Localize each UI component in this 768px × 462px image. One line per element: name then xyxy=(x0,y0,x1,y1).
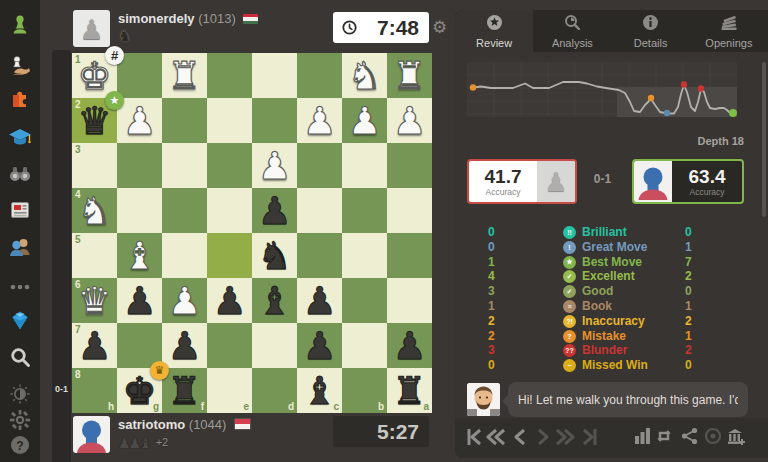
square-g4[interactable] xyxy=(117,188,162,233)
coach-message-text: Hi! Let me walk you through this game. I… xyxy=(518,393,738,407)
classification-row-missed-win: 0−Missed Win0 xyxy=(455,358,768,373)
bottom-player-avatar[interactable] xyxy=(73,416,110,453)
square-b5[interactable] xyxy=(342,233,387,278)
tab-label: Analysis xyxy=(552,37,593,49)
brilliant-icon: !! xyxy=(563,226,576,239)
piece-black-pawn[interactable]: ♟ xyxy=(162,323,207,368)
piece-white-bishop[interactable]: ♝ xyxy=(117,233,162,278)
square-c2[interactable]: ♟ xyxy=(297,98,342,143)
file-label-f: f xyxy=(201,401,204,412)
top-player-name-line[interactable]: simonerdely (1013) xyxy=(118,11,258,26)
top-player-bar: ♟ simonerdely (1013) ♞ 7:48 xyxy=(72,10,432,50)
bottom-player-clock: 5:27 xyxy=(333,416,429,447)
sidebar-puzzles-icon[interactable] xyxy=(7,85,33,111)
square-g5[interactable]: ♝ xyxy=(117,233,162,278)
square-c5[interactable] xyxy=(297,233,342,278)
sidebar-settings-icon[interactable] xyxy=(7,407,33,433)
square-g2[interactable]: ♟ xyxy=(117,98,162,143)
sidebar-search-icon[interactable] xyxy=(7,344,33,370)
square-e7[interactable] xyxy=(207,323,252,368)
move-classification-table: 0!!Brilliant00!Great Move11★Best Move74✓… xyxy=(455,225,768,373)
great-move-icon: ! xyxy=(563,241,576,254)
square-e5[interactable] xyxy=(207,233,252,278)
white-accuracy-card: 41.7 Accuracy ♟ xyxy=(467,159,577,204)
white-count: 4 xyxy=(488,269,495,284)
coach-avatar xyxy=(467,383,500,416)
square-c8[interactable]: c♝ xyxy=(297,368,342,413)
piece-black-pawn[interactable]: ♟ xyxy=(207,278,252,323)
best-move-icon: ★ xyxy=(563,256,576,269)
white-count: 3 xyxy=(488,343,495,358)
square-f5[interactable] xyxy=(162,233,207,278)
piece-black-pawn[interactable]: ♟ xyxy=(387,323,432,368)
book-icon: ≡ xyxy=(563,300,576,313)
square-e6[interactable]: ♟ xyxy=(207,278,252,323)
piece-black-pawn[interactable]: ♟ xyxy=(297,323,342,368)
square-b3[interactable] xyxy=(342,143,387,188)
black-count: 1 xyxy=(685,329,692,344)
square-a7[interactable]: ♟ xyxy=(387,323,432,368)
square-c1[interactable] xyxy=(297,53,342,98)
stats-chart-icon[interactable] xyxy=(634,427,651,445)
tab-openings[interactable]: Openings xyxy=(690,10,768,52)
square-e8[interactable]: e xyxy=(207,368,252,413)
black-accuracy-label: Accuracy xyxy=(690,188,725,197)
square-a1[interactable]: ♜ xyxy=(387,53,432,98)
square-f1[interactable]: ♜ xyxy=(162,53,207,98)
coach-chat: Hi! Let me walk you through this game. I… xyxy=(455,382,768,418)
black-count: 2 xyxy=(685,314,692,329)
winner-badge: ♛ xyxy=(150,361,169,380)
sidebar-logo-pawn-icon xyxy=(7,12,33,38)
square-e3[interactable] xyxy=(207,143,252,188)
square-b7[interactable] xyxy=(342,323,387,368)
bottom-captured-pieces: ♟♟♝+2 xyxy=(118,433,168,452)
square-h5[interactable]: 5 xyxy=(72,233,117,278)
square-d8[interactable]: d xyxy=(252,368,297,413)
sidebar-watch-icon[interactable] xyxy=(7,161,33,187)
classification-row-brilliant: 0!!Brilliant0 xyxy=(455,225,768,240)
mistake-icon: ? xyxy=(563,330,576,343)
hungary-flag-icon xyxy=(243,14,258,24)
white-count: 1 xyxy=(488,299,495,314)
bottom-player-name[interactable]: satriotomo xyxy=(118,417,185,432)
fast-forward-button[interactable] xyxy=(555,427,575,447)
classification-row-inaccuracy: 2?!Inaccuracy2 xyxy=(455,314,768,329)
square-c7[interactable]: ♟ xyxy=(297,323,342,368)
bottom-clock-time: 5:27 xyxy=(333,420,429,444)
black-count: 1 xyxy=(685,299,692,314)
file-label-c: c xyxy=(333,401,339,412)
move-gutter: 0-1 xyxy=(52,50,71,462)
square-f3[interactable] xyxy=(162,143,207,188)
white-player-pawn-icon: ♟ xyxy=(537,161,575,202)
square-e1[interactable] xyxy=(207,53,252,98)
piece-white-pawn[interactable]: ♟ xyxy=(252,143,297,188)
classification-label: Great Move xyxy=(582,240,647,255)
classification-label: Best Move xyxy=(582,255,642,270)
square-g6[interactable]: ♟ xyxy=(117,278,162,323)
sidebar-social-icon[interactable] xyxy=(7,234,33,260)
tab-label: Review xyxy=(476,37,512,49)
black-count: 7 xyxy=(685,255,692,270)
white-count: 0 xyxy=(488,225,495,240)
piece-white-rook[interactable]: ♜ xyxy=(387,53,432,98)
black-count: 1 xyxy=(685,240,692,255)
square-b8[interactable]: b xyxy=(342,368,387,413)
coach-message-bubble: Hi! Let me walk you through this game. I… xyxy=(508,382,748,417)
sidebar-premium-icon[interactable] xyxy=(7,307,33,333)
rank-label-7: 7 xyxy=(75,324,81,335)
square-b1[interactable]: ♞ xyxy=(342,53,387,98)
piece-black-pawn[interactable]: ♟ xyxy=(297,278,342,323)
piece-white-pawn[interactable]: ♟ xyxy=(162,278,207,323)
svg-text:?: ? xyxy=(16,439,23,453)
rank-label-8: 8 xyxy=(75,369,81,380)
bottom-player-bar: satriotomo (1044) ♟♟♝+2 5:27 xyxy=(72,416,432,456)
white-count: 2 xyxy=(488,314,495,329)
details-tab-icon xyxy=(642,14,659,35)
piece-black-bishop[interactable]: ♝ xyxy=(252,278,297,323)
piece-white-pawn[interactable]: ♟ xyxy=(297,98,342,143)
board-settings-gear-icon[interactable]: ⚙ xyxy=(432,17,447,37)
square-g3[interactable] xyxy=(117,143,162,188)
classification-row-good: 3✓Good0 xyxy=(455,284,768,299)
top-captured-pieces: ♞ xyxy=(118,27,131,45)
sidebar-news-icon[interactable] xyxy=(7,197,33,223)
square-g8[interactable]: g♚♛ xyxy=(117,368,162,413)
white-count: 0 xyxy=(488,240,495,255)
back-button[interactable] xyxy=(513,427,527,447)
piece-black-pawn[interactable]: ♟ xyxy=(117,278,162,323)
file-label-a: a xyxy=(423,401,429,412)
good-icon: ✓ xyxy=(563,285,576,298)
classification-label: Blunder xyxy=(582,343,627,358)
piece-white-pawn[interactable]: ♟ xyxy=(342,98,387,143)
piece-white-rook[interactable]: ♜ xyxy=(162,53,207,98)
excellent-icon: ✓ xyxy=(563,270,576,283)
square-e2[interactable] xyxy=(207,98,252,143)
tab-label: Details xyxy=(634,37,668,49)
go-to-start-button[interactable] xyxy=(466,427,482,447)
tab-review[interactable]: Review xyxy=(455,10,533,52)
rank-label-4: 4 xyxy=(75,189,81,200)
file-label-b: b xyxy=(378,401,384,412)
tab-label: Openings xyxy=(705,37,752,49)
square-h7[interactable]: 7♟ xyxy=(72,323,117,368)
top-player-rating: (1013) xyxy=(198,11,236,26)
app-sidebar: ? xyxy=(0,0,40,462)
accuracy-result-label: 0-1 xyxy=(573,172,632,186)
mate-badge: # xyxy=(105,46,124,65)
openings-tab-icon xyxy=(720,14,738,35)
top-clock-time: 7:48 xyxy=(357,16,429,40)
rank-label-6: 6 xyxy=(75,279,81,290)
rank-label-1: 1 xyxy=(75,54,81,65)
classification-label: Brilliant xyxy=(582,225,627,240)
top-player-avatar[interactable]: ♟ xyxy=(73,10,110,47)
square-h8[interactable]: 8h xyxy=(72,368,117,413)
black-accuracy-value: 63.4 xyxy=(689,167,726,186)
square-h4[interactable]: 4♞ xyxy=(72,188,117,233)
black-count: 0 xyxy=(685,284,692,299)
review-tab-icon xyxy=(486,14,503,35)
file-label-h: h xyxy=(108,401,114,412)
chess-board: 1♚#♜♞♜2♛★♟♟♟♟3♟4♞♟5♝♞6♛♟♟♟♝♟7♟♟♟♟8hg♚♛f♜… xyxy=(72,53,432,413)
black-count: 2 xyxy=(685,343,692,358)
square-d7[interactable] xyxy=(252,323,297,368)
classification-row-great-move: 0!Great Move1 xyxy=(455,240,768,255)
clock-icon xyxy=(342,20,357,35)
classification-label: Mistake xyxy=(582,329,626,344)
game-result-label: 0-1 xyxy=(52,384,71,394)
rank-label-5: 5 xyxy=(75,234,81,245)
classification-label: Excellent xyxy=(582,269,635,284)
classification-row-mistake: 2?Mistake1 xyxy=(455,329,768,344)
square-h6[interactable]: 6♛ xyxy=(72,278,117,323)
black-player-avatar-icon xyxy=(634,161,672,202)
indonesia-flag-icon xyxy=(234,418,251,430)
classification-row-book: 1≡Book1 xyxy=(455,299,768,314)
classification-label: Inaccuracy xyxy=(582,314,645,329)
square-b4[interactable] xyxy=(342,188,387,233)
file-label-d: d xyxy=(288,401,294,412)
square-c4[interactable] xyxy=(297,188,342,233)
sidebar-learn-icon[interactable] xyxy=(7,124,33,150)
black-count: 2 xyxy=(685,269,692,284)
classification-label: Book xyxy=(582,299,612,314)
top-player-clock: 7:48 xyxy=(333,12,429,43)
square-c6[interactable]: ♟ xyxy=(297,278,342,323)
best-badge: ★ xyxy=(105,91,124,110)
square-g1[interactable] xyxy=(117,53,162,98)
square-a4[interactable] xyxy=(387,188,432,233)
panel-tabs: ReviewAnalysisDetailsOpenings xyxy=(455,10,768,52)
square-f4[interactable] xyxy=(162,188,207,233)
rank-label-3: 3 xyxy=(75,144,81,155)
square-b6[interactable] xyxy=(342,278,387,323)
forward-button[interactable] xyxy=(536,427,550,447)
sidebar-help-icon[interactable]: ? xyxy=(7,432,33,458)
focus-disc-icon[interactable] xyxy=(704,427,722,445)
square-d2[interactable] xyxy=(252,98,297,143)
black-count: 0 xyxy=(685,358,692,373)
top-player-name[interactable]: simonerdely xyxy=(118,11,195,26)
square-a3[interactable] xyxy=(387,143,432,188)
classification-label: Missed Win xyxy=(582,358,648,373)
bottom-player-rating: (1044) xyxy=(189,417,227,432)
white-accuracy-label: Accuracy xyxy=(486,188,521,197)
square-f8[interactable]: f♜ xyxy=(162,368,207,413)
white-count: 1 xyxy=(488,255,495,270)
square-e4[interactable] xyxy=(207,188,252,233)
classification-row-excellent: 4✓Excellent2 xyxy=(455,269,768,284)
tab-analysis[interactable]: Analysis xyxy=(533,10,611,52)
go-to-end-button[interactable] xyxy=(582,427,598,447)
game-review-screen: ? 0-1 ♟ simonerdely (1013) ♞ 7:48 ⚙ 1♚#♜… xyxy=(0,0,768,462)
inaccuracy-icon: ?! xyxy=(563,315,576,328)
square-f6[interactable]: ♟ xyxy=(162,278,207,323)
evaluation-graph[interactable] xyxy=(467,62,737,117)
rank-label-2: 2 xyxy=(75,99,81,110)
tab-details[interactable]: Details xyxy=(612,10,690,52)
square-a5[interactable] xyxy=(387,233,432,278)
square-f7[interactable]: ♟ xyxy=(162,323,207,368)
square-d4[interactable]: ♟ xyxy=(252,188,297,233)
bottom-player-name-line[interactable]: satriotomo (1044) xyxy=(118,417,251,432)
square-a6[interactable] xyxy=(387,278,432,323)
piece-white-pawn[interactable]: ♟ xyxy=(387,98,432,143)
white-count: 0 xyxy=(488,358,495,373)
retry-icon[interactable] xyxy=(655,427,673,445)
square-f2[interactable] xyxy=(162,98,207,143)
classification-row-blunder: 3??Blunder2 xyxy=(455,343,768,358)
square-a8[interactable]: a♜ xyxy=(387,368,432,413)
blunder-icon: ?? xyxy=(563,344,576,357)
file-label-e: e xyxy=(243,401,249,412)
square-d5[interactable]: ♞ xyxy=(252,233,297,278)
square-d6[interactable]: ♝ xyxy=(252,278,297,323)
engine-depth-label: Depth 18 xyxy=(698,135,744,147)
material-advantage: +2 xyxy=(156,436,169,448)
piece-black-pawn[interactable]: ♟ xyxy=(252,188,297,233)
white-count: 2 xyxy=(488,329,495,344)
piece-black-knight[interactable]: ♞ xyxy=(252,233,297,278)
square-d1[interactable] xyxy=(252,53,297,98)
classification-label: Good xyxy=(582,284,613,299)
share-icon[interactable] xyxy=(681,427,698,445)
fast-backward-button[interactable] xyxy=(486,427,506,447)
square-h3[interactable]: 3 xyxy=(72,143,117,188)
review-panel: ReviewAnalysisDetailsOpenings Depth 18 4… xyxy=(455,10,768,458)
square-b2[interactable]: ♟ xyxy=(342,98,387,143)
white-accuracy-value: 41.7 xyxy=(485,167,522,186)
square-d3[interactable]: ♟ xyxy=(252,143,297,188)
sidebar-play-icon[interactable] xyxy=(7,52,33,78)
square-c3[interactable] xyxy=(297,143,342,188)
sidebar-more-icon[interactable] xyxy=(7,274,33,300)
library-add-icon[interactable] xyxy=(726,427,745,446)
black-count: 0 xyxy=(685,225,692,240)
piece-white-knight[interactable]: ♞ xyxy=(342,53,387,98)
square-a2[interactable]: ♟ xyxy=(387,98,432,143)
analysis-tab-icon xyxy=(564,14,581,35)
classification-row-best-move: 1★Best Move7 xyxy=(455,255,768,270)
square-h2[interactable]: 2♛★ xyxy=(72,98,117,143)
missed-win-icon: − xyxy=(563,359,576,372)
panel-scrollbar[interactable] xyxy=(762,62,766,217)
panel-footer xyxy=(455,418,768,458)
black-accuracy-card: 63.4 Accuracy xyxy=(632,159,744,204)
white-count: 3 xyxy=(488,284,495,299)
piece-white-pawn[interactable]: ♟ xyxy=(117,98,162,143)
sidebar-theme-icon[interactable] xyxy=(7,381,33,407)
file-label-g: g xyxy=(153,401,159,412)
